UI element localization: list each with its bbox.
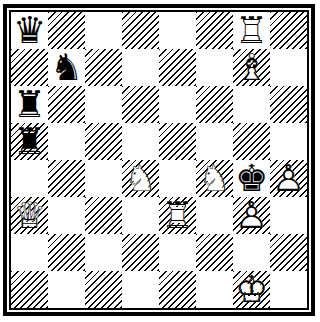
- square-e3[interactable]: ♜♖: [159, 197, 196, 234]
- piece-fill: ♛: [11, 12, 48, 49]
- square-d8[interactable]: [122, 12, 159, 49]
- square-e5[interactable]: [159, 123, 196, 160]
- piece-white-queen: ♛♕: [11, 197, 48, 234]
- square-d1[interactable]: [122, 271, 159, 308]
- piece-white-rook: ♜♖: [233, 12, 270, 49]
- square-a4[interactable]: [11, 160, 48, 197]
- square-a7[interactable]: [11, 49, 48, 86]
- square-g3[interactable]: ♟♙: [233, 197, 270, 234]
- square-g7[interactable]: ♝♗: [233, 49, 270, 86]
- piece-outline: ♘: [122, 160, 159, 197]
- square-c7[interactable]: [85, 49, 122, 86]
- square-c2[interactable]: [85, 234, 122, 271]
- piece-outline: ♕: [11, 197, 48, 234]
- square-c1[interactable]: [85, 271, 122, 308]
- square-e6[interactable]: [159, 86, 196, 123]
- piece-fill: ♜: [11, 123, 48, 160]
- square-e4[interactable]: [159, 160, 196, 197]
- square-e8[interactable]: [159, 12, 196, 49]
- square-b7[interactable]: ♞: [48, 49, 85, 86]
- piece-outline: ♙: [233, 197, 270, 234]
- square-h1[interactable]: [270, 271, 307, 308]
- square-h2[interactable]: [270, 234, 307, 271]
- square-h6[interactable]: [270, 86, 307, 123]
- piece-fill: ♞: [48, 49, 85, 86]
- square-b3[interactable]: [48, 197, 85, 234]
- square-f7[interactable]: [196, 49, 233, 86]
- board-frame: ♛♜♖♞♝♗♜♜♞♘♞♘♚♟♙♛♕♜♖♟♙♚♔: [3, 4, 315, 316]
- square-g5[interactable]: [233, 123, 270, 160]
- square-f1[interactable]: [196, 271, 233, 308]
- square-c4[interactable]: [85, 160, 122, 197]
- chess-board: ♛♜♖♞♝♗♜♜♞♘♞♘♚♟♙♛♕♜♖♟♙♚♔: [11, 12, 307, 308]
- piece-white-pawn: ♟♙: [233, 197, 270, 234]
- piece-fill: ♜: [11, 86, 48, 123]
- square-b8[interactable]: [48, 12, 85, 49]
- piece-fill: ♚: [233, 160, 270, 197]
- piece-outline: ♔: [233, 271, 270, 308]
- square-h5[interactable]: [270, 123, 307, 160]
- square-d3[interactable]: [122, 197, 159, 234]
- square-c3[interactable]: [85, 197, 122, 234]
- piece-outline: ♖: [159, 197, 196, 234]
- square-d2[interactable]: [122, 234, 159, 271]
- piece-black-rook: ♜: [11, 123, 48, 160]
- square-b2[interactable]: [48, 234, 85, 271]
- square-a6[interactable]: ♜: [11, 86, 48, 123]
- square-a3[interactable]: ♛♕: [11, 197, 48, 234]
- square-f8[interactable]: [196, 12, 233, 49]
- piece-outline: ♙: [270, 160, 307, 197]
- piece-white-knight: ♞♘: [122, 160, 159, 197]
- square-b4[interactable]: [48, 160, 85, 197]
- square-c8[interactable]: [85, 12, 122, 49]
- square-d6[interactable]: [122, 86, 159, 123]
- square-f2[interactable]: [196, 234, 233, 271]
- square-f4[interactable]: ♞♘: [196, 160, 233, 197]
- square-g8[interactable]: ♜♖: [233, 12, 270, 49]
- piece-white-king: ♚♔: [233, 271, 270, 308]
- square-a8[interactable]: ♛: [11, 12, 48, 49]
- square-e1[interactable]: [159, 271, 196, 308]
- square-g4[interactable]: ♚: [233, 160, 270, 197]
- square-d7[interactable]: [122, 49, 159, 86]
- piece-white-bishop: ♝♗: [233, 49, 270, 86]
- square-b5[interactable]: [48, 123, 85, 160]
- square-g2[interactable]: [233, 234, 270, 271]
- square-f6[interactable]: [196, 86, 233, 123]
- piece-black-knight: ♞: [48, 49, 85, 86]
- piece-black-king: ♚: [233, 160, 270, 197]
- piece-outline: ♘: [196, 160, 233, 197]
- piece-white-knight: ♞♘: [196, 160, 233, 197]
- square-b6[interactable]: [48, 86, 85, 123]
- square-g6[interactable]: [233, 86, 270, 123]
- square-a2[interactable]: [11, 234, 48, 271]
- square-f3[interactable]: [196, 197, 233, 234]
- board-inner-border: ♛♜♖♞♝♗♜♜♞♘♞♘♚♟♙♛♕♜♖♟♙♚♔: [9, 10, 309, 310]
- square-g1[interactable]: ♚♔: [233, 271, 270, 308]
- square-e7[interactable]: [159, 49, 196, 86]
- piece-white-pawn: ♟♙: [270, 160, 307, 197]
- square-h3[interactable]: [270, 197, 307, 234]
- square-b1[interactable]: [48, 271, 85, 308]
- piece-black-rook: ♜: [11, 86, 48, 123]
- square-h8[interactable]: [270, 12, 307, 49]
- piece-outline: ♖: [233, 12, 270, 49]
- square-d4[interactable]: ♞♘: [122, 160, 159, 197]
- square-a1[interactable]: [11, 271, 48, 308]
- piece-white-rook: ♜♖: [159, 197, 196, 234]
- piece-outline: ♗: [233, 49, 270, 86]
- square-d5[interactable]: [122, 123, 159, 160]
- square-c5[interactable]: [85, 123, 122, 160]
- square-f5[interactable]: [196, 123, 233, 160]
- square-h4[interactable]: ♟♙: [270, 160, 307, 197]
- square-a5[interactable]: ♜: [11, 123, 48, 160]
- piece-black-queen: ♛: [11, 12, 48, 49]
- square-c6[interactable]: [85, 86, 122, 123]
- square-h7[interactable]: [270, 49, 307, 86]
- square-e2[interactable]: [159, 234, 196, 271]
